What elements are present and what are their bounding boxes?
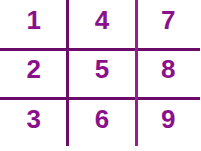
- cell-grid: 1 4 7 2 5 8 3 6 9: [0, 0, 200, 150]
- cell-8[interactable]: 8: [137, 50, 201, 99]
- tic-tac-toe-board: 1 4 7 2 5 8 3 6 9: [0, 0, 200, 150]
- cell-1[interactable]: 1: [0, 0, 68, 50]
- cell-5[interactable]: 5: [68, 50, 137, 99]
- cell-6[interactable]: 6: [68, 99, 137, 151]
- cell-9[interactable]: 9: [137, 99, 201, 151]
- cell-3[interactable]: 3: [0, 99, 68, 151]
- cell-4[interactable]: 4: [68, 0, 137, 50]
- cell-2[interactable]: 2: [0, 50, 68, 99]
- cell-7[interactable]: 7: [137, 0, 201, 50]
